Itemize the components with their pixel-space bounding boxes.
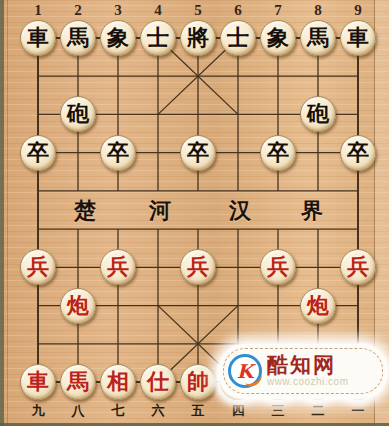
piece-black-馬[interactable]: 馬 <box>60 20 96 56</box>
watermark-site-name: 酷知网 <box>267 354 348 376</box>
file-label-bottom: 六 <box>147 403 169 419</box>
file-label-top: 1 <box>27 2 49 19</box>
piece-black-車[interactable]: 車 <box>20 20 56 56</box>
piece-label: 卒 <box>187 142 209 164</box>
river-text-char: 界 <box>299 199 325 223</box>
piece-label: 車 <box>27 27 49 49</box>
river-text-char: 汉 <box>227 199 253 223</box>
piece-red-馬[interactable]: 馬 <box>60 364 96 400</box>
file-label-bottom: 八 <box>67 403 89 419</box>
piece-red-仕[interactable]: 仕 <box>140 364 176 400</box>
piece-label: 兵 <box>267 256 289 278</box>
piece-label: 士 <box>147 27 169 49</box>
piece-label: 將 <box>187 27 209 49</box>
piece-label: 馬 <box>67 371 89 393</box>
file-label-bottom: 七 <box>107 403 129 419</box>
piece-black-馬[interactable]: 馬 <box>300 20 336 56</box>
piece-black-象[interactable]: 象 <box>100 20 136 56</box>
file-label-bottom: 二 <box>307 403 329 419</box>
file-label-bottom: 四 <box>227 403 249 419</box>
piece-label: 兵 <box>107 256 129 278</box>
file-label-top: 7 <box>267 2 289 19</box>
file-label-top: 4 <box>147 2 169 19</box>
piece-label: 卒 <box>267 142 289 164</box>
piece-label: 卒 <box>27 142 49 164</box>
piece-label: 士 <box>227 27 249 49</box>
piece-label: 仕 <box>147 371 169 393</box>
file-label-bottom: 一 <box>347 403 369 419</box>
piece-label: 象 <box>107 27 129 49</box>
piece-label: 象 <box>267 27 289 49</box>
piece-label: 砲 <box>307 103 329 125</box>
piece-red-車[interactable]: 車 <box>20 364 56 400</box>
piece-black-卒[interactable]: 卒 <box>180 135 216 171</box>
piece-black-車[interactable]: 車 <box>340 20 376 56</box>
piece-label: 炮 <box>67 295 89 317</box>
piece-label: 帥 <box>187 371 209 393</box>
file-label-top: 6 <box>227 2 249 19</box>
piece-label: 卒 <box>347 142 369 164</box>
piece-label: 兵 <box>187 256 209 278</box>
piece-black-卒[interactable]: 卒 <box>340 135 376 171</box>
piece-black-卒[interactable]: 卒 <box>20 135 56 171</box>
piece-label: 炮 <box>307 295 329 317</box>
piece-red-炮[interactable]: 炮 <box>300 288 336 324</box>
coozhi-watermark[interactable]: K 酷知网 www.coozhi.com <box>220 345 386 397</box>
piece-label: 相 <box>107 371 129 393</box>
file-label-bottom: 三 <box>267 403 289 419</box>
coozhi-logo-icon: K <box>228 354 262 388</box>
piece-red-相[interactable]: 相 <box>100 364 136 400</box>
piece-label: 車 <box>347 27 369 49</box>
piece-label: 卒 <box>107 142 129 164</box>
piece-black-將[interactable]: 將 <box>180 20 216 56</box>
piece-red-帥[interactable]: 帥 <box>180 364 216 400</box>
file-label-bottom: 九 <box>27 403 49 419</box>
river-text-char: 河 <box>147 199 173 223</box>
piece-black-士[interactable]: 士 <box>220 20 256 56</box>
piece-label: 砲 <box>67 103 89 125</box>
file-label-top: 9 <box>347 2 369 19</box>
piece-label: 馬 <box>67 27 89 49</box>
file-label-top: 2 <box>67 2 89 19</box>
piece-black-象[interactable]: 象 <box>260 20 296 56</box>
file-label-bottom: 五 <box>187 403 209 419</box>
file-label-top: 8 <box>307 2 329 19</box>
piece-label: 車 <box>27 371 49 393</box>
file-label-top: 3 <box>107 2 129 19</box>
piece-black-士[interactable]: 士 <box>140 20 176 56</box>
piece-label: 馬 <box>307 27 329 49</box>
piece-black-卒[interactable]: 卒 <box>100 135 136 171</box>
file-label-top: 5 <box>187 2 209 19</box>
river-text-char: 楚 <box>72 199 98 223</box>
piece-red-炮[interactable]: 炮 <box>60 288 96 324</box>
piece-label: 兵 <box>347 256 369 278</box>
piece-label: 兵 <box>27 256 49 278</box>
piece-black-卒[interactable]: 卒 <box>260 135 296 171</box>
logo-letter: K <box>237 362 254 381</box>
watermark-url: www.coozhi.com <box>267 376 348 388</box>
xiangqi-board: 123456789九八七六五四三二一楚河汉界車馬象士將士象馬車砲砲卒卒卒卒卒兵兵… <box>0 0 389 426</box>
